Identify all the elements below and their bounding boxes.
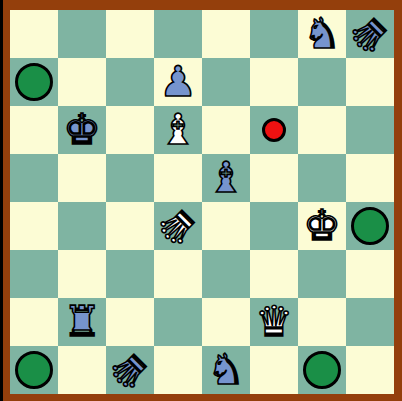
chess-board: ♞♛♟♚♝♝♛♚♜♛♛♞ (10, 10, 394, 394)
square-e3[interactable] (202, 250, 250, 298)
square-c5[interactable] (106, 154, 154, 202)
square-c3[interactable] (106, 250, 154, 298)
square-g5[interactable] (298, 154, 346, 202)
square-e8[interactable] (202, 10, 250, 58)
square-c1[interactable]: ♛ (106, 346, 154, 394)
green-circle-marker (303, 351, 341, 389)
square-b8[interactable] (58, 10, 106, 58)
green-circle-marker (15, 351, 53, 389)
square-f7[interactable] (250, 58, 298, 106)
square-f3[interactable] (250, 250, 298, 298)
piece-black-knight[interactable]: ♞ (202, 346, 250, 394)
square-b6[interactable]: ♚ (58, 106, 106, 154)
red-circle-marker (262, 118, 286, 142)
square-a1[interactable] (10, 346, 58, 394)
square-a6[interactable] (10, 106, 58, 154)
square-b2[interactable]: ♜ (58, 298, 106, 346)
square-h6[interactable] (346, 106, 394, 154)
square-f2[interactable]: ♛ (250, 298, 298, 346)
square-d2[interactable] (154, 298, 202, 346)
square-d4[interactable]: ♛ (154, 202, 202, 250)
square-f5[interactable] (250, 154, 298, 202)
square-e2[interactable] (202, 298, 250, 346)
piece-black-bishop[interactable]: ♝ (202, 154, 250, 202)
square-d3[interactable] (154, 250, 202, 298)
square-d1[interactable] (154, 346, 202, 394)
square-g1[interactable] (298, 346, 346, 394)
square-h8[interactable]: ♛ (346, 10, 394, 58)
square-a3[interactable] (10, 250, 58, 298)
square-a7[interactable] (10, 58, 58, 106)
square-c7[interactable] (106, 58, 154, 106)
board-frame: ♞♛♟♚♝♝♛♚♜♛♛♞ (3, 0, 402, 401)
piece-black-pawn[interactable]: ♟ (154, 58, 202, 106)
square-h4[interactable] (346, 202, 394, 250)
square-d8[interactable] (154, 10, 202, 58)
square-g2[interactable] (298, 298, 346, 346)
square-f8[interactable] (250, 10, 298, 58)
square-h5[interactable] (346, 154, 394, 202)
square-a8[interactable] (10, 10, 58, 58)
square-a4[interactable] (10, 202, 58, 250)
screenshot-stage: ♞♛♟♚♝♝♛♚♜♛♛♞ (0, 0, 402, 401)
square-f4[interactable] (250, 202, 298, 250)
square-e6[interactable] (202, 106, 250, 154)
square-g4[interactable]: ♚ (298, 202, 346, 250)
square-e5[interactable]: ♝ (202, 154, 250, 202)
square-g7[interactable] (298, 58, 346, 106)
green-circle-marker (351, 207, 389, 245)
piece-white-queen[interactable]: ♛ (250, 298, 298, 346)
square-c8[interactable] (106, 10, 154, 58)
square-a5[interactable] (10, 154, 58, 202)
square-b5[interactable] (58, 154, 106, 202)
square-g3[interactable] (298, 250, 346, 298)
square-d7[interactable]: ♟ (154, 58, 202, 106)
square-b3[interactable] (58, 250, 106, 298)
square-h3[interactable] (346, 250, 394, 298)
piece-white-bishop[interactable]: ♝ (154, 106, 202, 154)
square-d6[interactable]: ♝ (154, 106, 202, 154)
square-h7[interactable] (346, 58, 394, 106)
piece-black-rook[interactable]: ♜ (58, 298, 106, 346)
green-circle-marker (15, 63, 53, 101)
square-f6[interactable] (250, 106, 298, 154)
square-e1[interactable]: ♞ (202, 346, 250, 394)
piece-black-king[interactable]: ♚ (58, 106, 106, 154)
piece-white-king[interactable]: ♚ (298, 202, 346, 250)
square-c6[interactable] (106, 106, 154, 154)
square-f1[interactable] (250, 346, 298, 394)
square-g6[interactable] (298, 106, 346, 154)
square-e4[interactable] (202, 202, 250, 250)
square-h2[interactable] (346, 298, 394, 346)
square-e7[interactable] (202, 58, 250, 106)
square-b4[interactable] (58, 202, 106, 250)
square-h1[interactable] (346, 346, 394, 394)
square-a2[interactable] (10, 298, 58, 346)
square-b7[interactable] (58, 58, 106, 106)
